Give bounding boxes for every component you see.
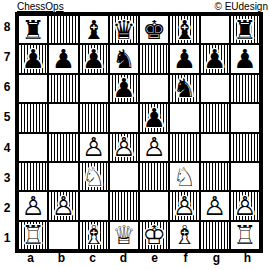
file-label-a: a — [15, 250, 46, 266]
square-f4[interactable] — [169, 133, 199, 162]
credit-text: © EUdesign — [214, 1, 268, 12]
square-e3[interactable] — [139, 162, 169, 191]
square-d4[interactable]: ♟♙ — [109, 133, 139, 162]
square-f5[interactable] — [169, 103, 199, 132]
square-g3[interactable] — [200, 162, 230, 191]
file-labels: abcdefgh — [15, 250, 263, 266]
black-queen-icon: ♛♛ — [112, 17, 135, 43]
white-bishop-icon: ♝♗ — [82, 222, 105, 248]
black-pawn-icon: ♟♟ — [173, 46, 196, 72]
square-b6[interactable] — [48, 74, 78, 103]
square-c7[interactable]: ♟♟ — [79, 44, 109, 73]
white-pawn-icon: ♟♙ — [142, 134, 165, 160]
square-e2[interactable] — [139, 191, 169, 220]
square-b2[interactable]: ♟♙ — [48, 191, 78, 220]
white-rook-icon: ♜♖ — [21, 222, 44, 248]
square-h1[interactable]: ♜♖ — [230, 221, 260, 250]
white-pawn-icon: ♟♙ — [173, 193, 196, 219]
piece-glyph: ♕ — [112, 220, 135, 250]
rank-label-7: 7 — [0, 42, 14, 72]
square-b4[interactable] — [48, 133, 78, 162]
piece-glyph: ♙ — [112, 132, 135, 162]
square-h2[interactable]: ♟♙ — [230, 191, 260, 220]
piece-glyph: ♜ — [21, 15, 44, 45]
square-a8[interactable]: ♜♜ — [18, 15, 48, 44]
square-d3[interactable] — [109, 162, 139, 191]
square-g8[interactable] — [200, 15, 230, 44]
piece-glyph: ♛ — [112, 15, 135, 45]
piece-glyph: ♘ — [173, 162, 196, 192]
piece-glyph: ♞ — [173, 73, 196, 103]
square-b8[interactable] — [48, 15, 78, 44]
square-d8[interactable]: ♛♛ — [109, 15, 139, 44]
black-rook-icon: ♜♜ — [21, 17, 44, 43]
square-h8[interactable]: ♜♜ — [230, 15, 260, 44]
rank-label-4: 4 — [0, 133, 14, 163]
black-pawn-icon: ♟♟ — [82, 46, 105, 72]
square-h3[interactable] — [230, 162, 260, 191]
square-h6[interactable] — [230, 74, 260, 103]
file-label-g: g — [201, 250, 232, 266]
white-pawn-icon: ♟♙ — [82, 134, 105, 160]
square-g5[interactable] — [200, 103, 230, 132]
square-f8[interactable]: ♝♝ — [169, 15, 199, 44]
file-label-d: d — [108, 250, 139, 266]
piece-glyph: ♟ — [203, 44, 226, 74]
square-e1[interactable]: ♚♔ — [139, 221, 169, 250]
square-c8[interactable]: ♝♝ — [79, 15, 109, 44]
piece-glyph: ♟ — [52, 44, 75, 74]
piece-glyph: ♝ — [173, 15, 196, 45]
piece-glyph: ♟ — [112, 73, 135, 103]
black-pawn-icon: ♟♟ — [203, 46, 226, 72]
file-label-b: b — [46, 250, 77, 266]
piece-glyph: ♝ — [82, 15, 105, 45]
app-title: ChessOps — [17, 1, 64, 12]
white-pawn-icon: ♟♙ — [112, 134, 135, 160]
black-knight-icon: ♞♞ — [112, 46, 135, 72]
square-a3[interactable] — [18, 162, 48, 191]
black-king-icon: ♚♚ — [142, 17, 165, 43]
square-a7[interactable]: ♟♟ — [18, 44, 48, 73]
file-label-e: e — [139, 250, 170, 266]
rank-label-6: 6 — [0, 72, 14, 102]
piece-glyph: ♙ — [21, 191, 44, 221]
piece-glyph: ♙ — [52, 191, 75, 221]
file-label-f: f — [170, 250, 201, 266]
piece-glyph: ♟ — [82, 44, 105, 74]
black-rook-icon: ♜♜ — [233, 17, 256, 43]
square-e6[interactable] — [139, 74, 169, 103]
piece-glyph: ♔ — [142, 220, 165, 250]
white-bishop-icon: ♝♗ — [173, 222, 196, 248]
rank-label-8: 8 — [0, 12, 14, 42]
white-knight-icon: ♞♘ — [173, 164, 196, 190]
square-g1[interactable] — [200, 221, 230, 250]
black-pawn-icon: ♟♟ — [52, 46, 75, 72]
piece-glyph: ♟ — [21, 44, 44, 74]
square-d6[interactable]: ♟♟ — [109, 74, 139, 103]
square-g6[interactable] — [200, 74, 230, 103]
piece-glyph: ♙ — [82, 132, 105, 162]
square-g4[interactable] — [200, 133, 230, 162]
piece-glyph: ♚ — [142, 15, 165, 45]
square-a6[interactable] — [18, 74, 48, 103]
file-label-h: h — [232, 250, 263, 266]
white-queen-icon: ♛♕ — [112, 222, 135, 248]
black-pawn-icon: ♟♟ — [233, 46, 256, 72]
piece-glyph: ♟ — [173, 44, 196, 74]
piece-glyph: ♖ — [21, 220, 44, 250]
piece-glyph: ♙ — [173, 191, 196, 221]
square-c5[interactable] — [79, 103, 109, 132]
square-e5[interactable]: ♟♟ — [139, 103, 169, 132]
black-pawn-icon: ♟♟ — [112, 75, 135, 101]
square-e8[interactable]: ♚♚ — [139, 15, 169, 44]
black-bishop-icon: ♝♝ — [173, 17, 196, 43]
square-g7[interactable]: ♟♟ — [200, 44, 230, 73]
square-a4[interactable] — [18, 133, 48, 162]
square-c2[interactable] — [79, 191, 109, 220]
piece-glyph: ♟ — [142, 103, 165, 133]
square-d7[interactable]: ♞♞ — [109, 44, 139, 73]
white-pawn-icon: ♟♙ — [21, 193, 44, 219]
square-c3[interactable]: ♞♘ — [79, 162, 109, 191]
square-c6[interactable] — [79, 74, 109, 103]
white-pawn-icon: ♟♙ — [203, 193, 226, 219]
square-f2[interactable]: ♟♙ — [169, 191, 199, 220]
square-f3[interactable]: ♞♘ — [169, 162, 199, 191]
white-knight-icon: ♞♘ — [82, 164, 105, 190]
square-a5[interactable] — [18, 103, 48, 132]
rank-label-2: 2 — [0, 193, 14, 223]
piece-glyph: ♙ — [203, 191, 226, 221]
white-rook-icon: ♜♖ — [233, 222, 256, 248]
square-f7[interactable]: ♟♟ — [169, 44, 199, 73]
square-b3[interactable] — [48, 162, 78, 191]
square-f1[interactable]: ♝♗ — [169, 221, 199, 250]
piece-glyph: ♞ — [112, 44, 135, 74]
white-king-icon: ♚♔ — [142, 222, 165, 248]
piece-glyph: ♖ — [233, 220, 256, 250]
piece-glyph: ♘ — [82, 162, 105, 192]
square-c1[interactable]: ♝♗ — [79, 221, 109, 250]
rank-label-5: 5 — [0, 102, 14, 132]
black-pawn-icon: ♟♟ — [142, 105, 165, 131]
square-g2[interactable]: ♟♙ — [200, 191, 230, 220]
white-pawn-icon: ♟♙ — [233, 193, 256, 219]
square-d1[interactable]: ♛♕ — [109, 221, 139, 250]
square-b1[interactable] — [48, 221, 78, 250]
chess-board: ♜♜♝♝♛♛♚♚♝♝♜♜♟♟♟♟♟♟♞♞♟♟♟♟♟♟♟♟♞♞♟♟♟♙♟♙♟♙♞♘… — [15, 12, 263, 253]
rank-label-3: 3 — [0, 163, 14, 193]
square-h4[interactable] — [230, 133, 260, 162]
piece-glyph: ♙ — [142, 132, 165, 162]
square-e4[interactable]: ♟♙ — [139, 133, 169, 162]
rank-labels: 87654321 — [0, 12, 14, 253]
square-h5[interactable] — [230, 103, 260, 132]
square-d5[interactable] — [109, 103, 139, 132]
square-b5[interactable] — [48, 103, 78, 132]
rank-label-1: 1 — [0, 223, 14, 253]
piece-glyph: ♟ — [233, 44, 256, 74]
square-f6[interactable]: ♞♞ — [169, 74, 199, 103]
square-e7[interactable] — [139, 44, 169, 73]
piece-glyph: ♜ — [233, 15, 256, 45]
square-h7[interactable]: ♟♟ — [230, 44, 260, 73]
square-c4[interactable]: ♟♙ — [79, 133, 109, 162]
file-label-c: c — [77, 250, 108, 266]
black-pawn-icon: ♟♟ — [21, 46, 44, 72]
piece-glyph: ♗ — [173, 220, 196, 250]
square-b7[interactable]: ♟♟ — [48, 44, 78, 73]
square-a1[interactable]: ♜♖ — [18, 221, 48, 250]
piece-glyph: ♙ — [233, 191, 256, 221]
square-d2[interactable] — [109, 191, 139, 220]
black-bishop-icon: ♝♝ — [82, 17, 105, 43]
piece-glyph: ♗ — [82, 220, 105, 250]
square-a2[interactable]: ♟♙ — [18, 191, 48, 220]
white-pawn-icon: ♟♙ — [52, 193, 75, 219]
black-knight-icon: ♞♞ — [173, 75, 196, 101]
